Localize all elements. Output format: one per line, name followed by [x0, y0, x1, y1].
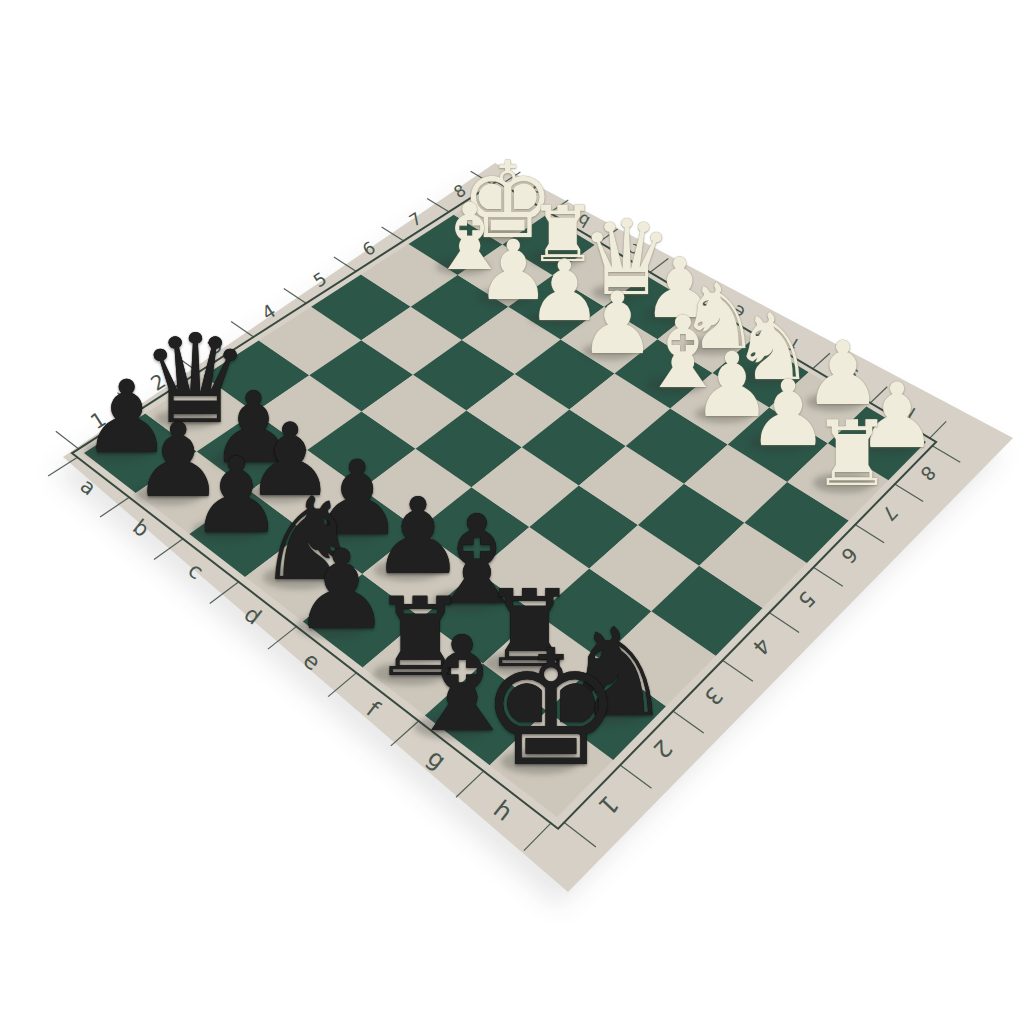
- border-tick: [117, 393, 140, 410]
- product-photo-stage: aabbccddeeffgghh1122334455667788 ♚♜♛♟♞♞♟…: [0, 0, 1024, 1024]
- border-tick: [176, 356, 199, 373]
- border-tick: [56, 431, 79, 449]
- chess-board-mat: aabbccddeeffgghh1122334455667788: [0, 0, 1024, 1024]
